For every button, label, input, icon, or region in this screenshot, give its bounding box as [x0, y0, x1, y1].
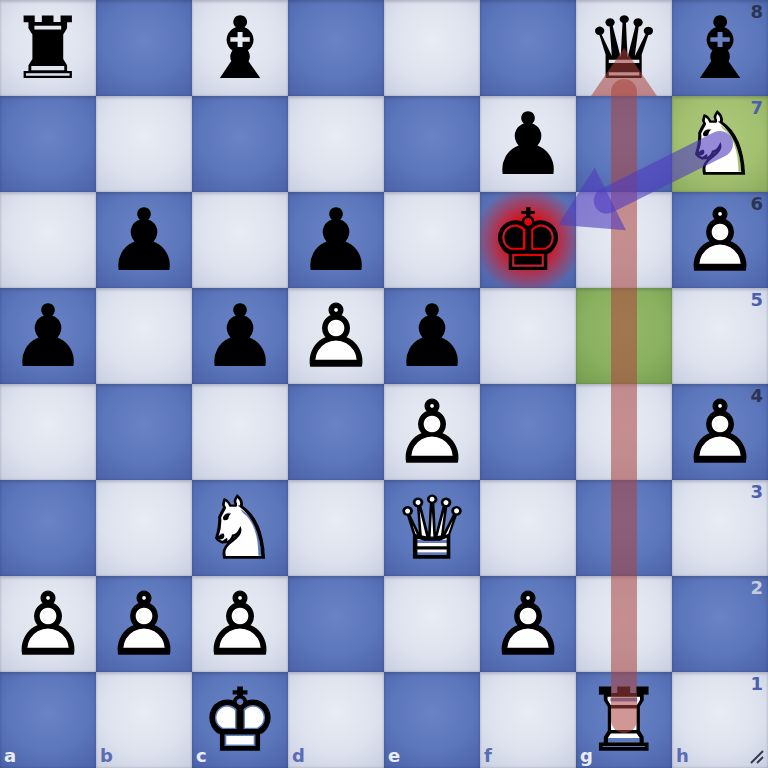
coord-file-c: c [196, 747, 207, 765]
piece-black-rook[interactable]: ♜ [0, 0, 96, 96]
piece-outline: ♙ [192, 576, 288, 672]
coord-rank-7: 7 [750, 99, 763, 117]
piece-outline: ♘ [192, 480, 288, 576]
square-b8[interactable] [96, 0, 192, 96]
coord-rank-2: 2 [750, 579, 763, 597]
piece-glyph: ♟ [0, 288, 96, 384]
board-resize-handle-icon[interactable] [749, 749, 765, 765]
square-e7[interactable] [384, 96, 480, 192]
coord-rank-1: 1 [750, 675, 763, 693]
piece-glyph: ♜ [0, 0, 96, 96]
piece-black-pawn[interactable]: ♟ [288, 192, 384, 288]
square-f5[interactable] [480, 288, 576, 384]
square-e6[interactable] [384, 192, 480, 288]
coord-rank-4: 4 [750, 387, 763, 405]
square-d2[interactable] [288, 576, 384, 672]
square-f3[interactable] [480, 480, 576, 576]
coord-rank-3: 3 [750, 483, 763, 501]
piece-glyph: ♟ [384, 288, 480, 384]
square-g2[interactable] [576, 576, 672, 672]
coord-file-a: a [4, 747, 16, 765]
piece-black-pawn[interactable]: ♟ [96, 192, 192, 288]
square-g5[interactable] [576, 288, 672, 384]
coord-file-d: d [292, 747, 305, 765]
coord-file-f: f [484, 747, 492, 765]
piece-glyph: ♝ [192, 0, 288, 96]
piece-outline: ♕ [384, 480, 480, 576]
square-a3[interactable] [0, 480, 96, 576]
square-d4[interactable] [288, 384, 384, 480]
square-g6[interactable] [576, 192, 672, 288]
square-c6[interactable] [192, 192, 288, 288]
square-b3[interactable] [96, 480, 192, 576]
piece-white-pawn[interactable]: ♟♙ [0, 576, 96, 672]
coord-file-b: b [100, 747, 113, 765]
coord-file-h: h [676, 747, 689, 765]
square-d7[interactable] [288, 96, 384, 192]
square-b4[interactable] [96, 384, 192, 480]
square-f4[interactable] [480, 384, 576, 480]
coord-file-g: g [580, 747, 593, 765]
piece-white-pawn[interactable]: ♟♙ [288, 288, 384, 384]
square-d3[interactable] [288, 480, 384, 576]
square-a7[interactable] [0, 96, 96, 192]
square-f8[interactable] [480, 0, 576, 96]
square-e8[interactable] [384, 0, 480, 96]
piece-black-king[interactable]: ♚ [480, 192, 576, 288]
square-g3[interactable] [576, 480, 672, 576]
piece-black-pawn[interactable]: ♟ [480, 96, 576, 192]
coord-rank-6: 6 [750, 195, 763, 213]
piece-glyph: ♟ [288, 192, 384, 288]
square-f1[interactable] [480, 672, 576, 768]
piece-outline: ♙ [480, 576, 576, 672]
piece-black-pawn[interactable]: ♟ [384, 288, 480, 384]
square-b5[interactable] [96, 288, 192, 384]
piece-black-pawn[interactable]: ♟ [192, 288, 288, 384]
piece-black-bishop[interactable]: ♝ [192, 0, 288, 96]
piece-white-pawn[interactable]: ♟♙ [384, 384, 480, 480]
square-c7[interactable] [192, 96, 288, 192]
piece-white-pawn[interactable]: ♟♙ [480, 576, 576, 672]
piece-glyph: ♛ [576, 0, 672, 96]
coord-file-e: e [388, 747, 400, 765]
piece-outline: ♙ [288, 288, 384, 384]
square-a4[interactable] [0, 384, 96, 480]
chess-board: abcdefgh87654321♜♝♛♝♟♞♘♟♟♚♟♙♟♟♟♙♟♟♙♟♙♞♘♛… [0, 0, 768, 768]
piece-outline: ♙ [0, 576, 96, 672]
piece-glyph: ♟ [480, 96, 576, 192]
piece-outline: ♙ [96, 576, 192, 672]
square-e2[interactable] [384, 576, 480, 672]
piece-white-knight[interactable]: ♞♘ [192, 480, 288, 576]
piece-white-queen[interactable]: ♛♕ [384, 480, 480, 576]
square-c4[interactable] [192, 384, 288, 480]
piece-black-queen[interactable]: ♛ [576, 0, 672, 96]
square-d8[interactable] [288, 0, 384, 96]
coord-rank-5: 5 [750, 291, 763, 309]
piece-outline: ♙ [384, 384, 480, 480]
piece-black-pawn[interactable]: ♟ [0, 288, 96, 384]
piece-glyph: ♟ [96, 192, 192, 288]
coord-rank-8: 8 [750, 3, 763, 21]
square-b7[interactable] [96, 96, 192, 192]
piece-glyph: ♟ [192, 288, 288, 384]
square-g7[interactable] [576, 96, 672, 192]
piece-glyph: ♚ [480, 192, 576, 288]
piece-white-pawn[interactable]: ♟♙ [192, 576, 288, 672]
piece-white-pawn[interactable]: ♟♙ [96, 576, 192, 672]
square-g4[interactable] [576, 384, 672, 480]
square-a6[interactable] [0, 192, 96, 288]
